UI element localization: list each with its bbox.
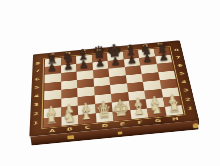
square-b1: ♞ [61, 115, 79, 126]
square-e1: ♚ [113, 110, 131, 121]
piece-black-pawn: ♟ [158, 51, 169, 63]
brass-clasp-icon [68, 135, 75, 139]
square-c1: ♝ [78, 113, 96, 124]
piece-white-rook: ♜ [45, 111, 59, 126]
brass-hinge-icon [193, 123, 199, 128]
square-b5 [61, 80, 77, 90]
piece-white-rook: ♜ [167, 100, 181, 115]
chess-set-photo: ♜♞♝♛♚♝♞♜♟♟♟♟♟♟♟♟♟♟♟♟♟♟♟♟♜♞♝♛♚♝♞♜ ABCDEFG… [0, 0, 220, 166]
square-a1: ♜ [43, 116, 60, 127]
piece-white-queen: ♛ [95, 102, 113, 122]
piece-white-knight: ♞ [62, 109, 77, 125]
square-e5 [109, 75, 126, 85]
piece-black-pawn: ♟ [111, 56, 122, 68]
board-grid: ♜♞♝♛♚♝♞♜♟♟♟♟♟♟♟♟♟♟♟♟♟♟♟♟♜♞♝♛♚♝♞♜ [43, 47, 183, 127]
square-a6 [44, 73, 60, 83]
rank-label-1-left: 1 [30, 118, 42, 129]
rank-label-1-right: 1 [184, 104, 198, 114]
board-scene: ♜♞♝♛♚♝♞♜♟♟♟♟♟♟♟♟♟♟♟♟♟♟♟♟♜♞♝♛♚♝♞♜ ABCDEFG… [24, 0, 196, 166]
chess-board: ♜♞♝♛♚♝♞♜♟♟♟♟♟♟♟♟♟♟♟♟♟♟♟♟♜♞♝♛♚♝♞♜ ABCDEFG… [29, 40, 199, 136]
square-g1: ♞ [147, 107, 166, 118]
square-g5 [142, 72, 160, 82]
piece-white-knight: ♞ [149, 100, 164, 116]
piece-white-bishop: ♝ [79, 106, 95, 123]
piece-white-bishop: ♝ [131, 101, 147, 118]
piece-white-king: ♚ [112, 99, 131, 120]
square-h1: ♜ [164, 105, 183, 116]
square-a5 [44, 81, 60, 91]
piece-black-pawn: ♟ [126, 54, 137, 66]
square-d1: ♛ [95, 112, 113, 123]
square-f1: ♝ [130, 108, 149, 119]
rank-labels-left: 87654321 [30, 59, 43, 129]
piece-black-pawn: ♟ [63, 60, 74, 72]
square-f5 [125, 74, 142, 84]
piece-black-pawn: ♟ [79, 59, 90, 71]
piece-black-pawn: ♟ [142, 53, 153, 65]
brass-clasp-icon [118, 131, 123, 134]
piece-black-pawn: ♟ [95, 57, 106, 69]
piece-black-pawn: ♟ [47, 62, 58, 74]
